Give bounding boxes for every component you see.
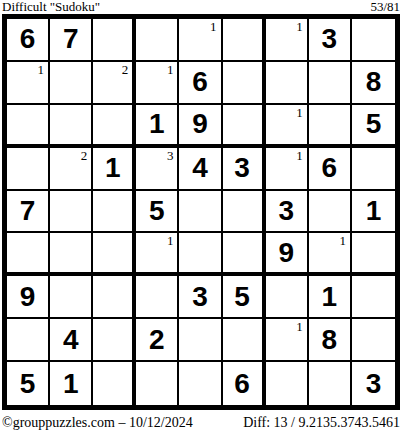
pencil-mark: 3 <box>167 148 174 163</box>
cell-r7c6[interactable]: 5 <box>223 276 266 319</box>
pencil-mark: 1 <box>296 19 303 34</box>
given-digit: 4 <box>63 326 79 354</box>
cell-r4c1[interactable] <box>7 148 50 191</box>
cell-r7c5[interactable]: 3 <box>179 276 222 319</box>
cell-r3c8[interactable] <box>309 105 352 148</box>
cell-r1c9[interactable] <box>352 19 395 62</box>
cell-r5c7[interactable]: 3 <box>266 191 309 234</box>
cell-r3c1[interactable] <box>7 105 50 148</box>
cell-r7c1[interactable]: 9 <box>7 276 50 319</box>
cell-r5c2[interactable] <box>50 191 93 234</box>
given-digit: 1 <box>322 283 338 311</box>
cell-r3c9[interactable]: 5 <box>352 105 395 148</box>
page-title: Difficult "Sudoku" <box>2 0 100 14</box>
cell-r4c6[interactable]: 3 <box>223 148 266 191</box>
cell-r9c3[interactable] <box>93 362 136 405</box>
cell-r3c3[interactable] <box>93 105 136 148</box>
pencil-mark: 1 <box>296 148 303 163</box>
cell-r6c4[interactable]: 1 <box>136 233 179 276</box>
cell-r5c9[interactable]: 1 <box>352 191 395 234</box>
cell-r7c8[interactable]: 1 <box>309 276 352 319</box>
given-digit: 5 <box>20 370 36 398</box>
given-digit: 6 <box>192 68 208 96</box>
pencil-mark: 1 <box>38 62 45 77</box>
cell-r9c8[interactable] <box>309 362 352 405</box>
cell-r3c7[interactable]: 1 <box>266 105 309 148</box>
cell-r3c4[interactable]: 1 <box>136 105 179 148</box>
cell-r2c3[interactable]: 2 <box>93 62 136 105</box>
cell-r6c2[interactable] <box>50 233 93 276</box>
given-digit: 1 <box>105 154 121 182</box>
cell-r9c7[interactable] <box>266 362 309 405</box>
cell-r4c9[interactable] <box>352 148 395 191</box>
cell-r2c7[interactable] <box>266 62 309 105</box>
cell-r5c5[interactable] <box>179 191 222 234</box>
given-digit: 5 <box>234 283 250 311</box>
cell-r2c4[interactable]: 1 <box>136 62 179 105</box>
given-digit: 4 <box>192 154 208 182</box>
cell-r1c6[interactable] <box>223 19 266 62</box>
sudoku-puzzle-page: Difficult "Sudoku" 53/81 671131216819152… <box>0 0 402 437</box>
cell-r5c6[interactable] <box>223 191 266 234</box>
cell-r1c7[interactable]: 1 <box>266 19 309 62</box>
cell-r5c1[interactable]: 7 <box>7 191 50 234</box>
given-digit: 9 <box>192 110 208 138</box>
cell-r6c9[interactable] <box>352 233 395 276</box>
cell-r9c4[interactable] <box>136 362 179 405</box>
cell-r1c5[interactable]: 1 <box>179 19 222 62</box>
cell-r8c3[interactable] <box>93 319 136 362</box>
cell-r8c7[interactable]: 1 <box>266 319 309 362</box>
cell-r7c2[interactable] <box>50 276 93 319</box>
cell-r4c4[interactable]: 3 <box>136 148 179 191</box>
cell-r6c6[interactable] <box>223 233 266 276</box>
cell-r5c3[interactable] <box>93 191 136 234</box>
cell-r1c2[interactable]: 7 <box>50 19 93 62</box>
cell-r6c1[interactable] <box>7 233 50 276</box>
given-digit: 1 <box>366 197 382 225</box>
pencil-mark: 2 <box>81 148 88 163</box>
cell-r4c2[interactable]: 2 <box>50 148 93 191</box>
sudoku-board: 6711312168191521343167531191935142185163 <box>2 14 400 410</box>
given-digit: 2 <box>149 326 165 354</box>
cell-r7c9[interactable] <box>352 276 395 319</box>
empty-cells-counter: 53/81 <box>370 0 400 14</box>
given-digit: 1 <box>63 370 79 398</box>
given-digit: 3 <box>366 370 382 398</box>
footer: ©grouppuzzles.com – 10/12/2024 Diff: 13 … <box>2 415 400 431</box>
pencil-mark: 1 <box>296 105 303 120</box>
cell-r9c2[interactable]: 1 <box>50 362 93 405</box>
cell-r8c2[interactable]: 4 <box>50 319 93 362</box>
cell-r2c2[interactable] <box>50 62 93 105</box>
cell-r4c3[interactable]: 1 <box>93 148 136 191</box>
cell-r7c4[interactable] <box>136 276 179 319</box>
pencil-mark: 1 <box>167 233 174 248</box>
given-digit: 6 <box>20 25 36 53</box>
given-digit: 8 <box>366 68 382 96</box>
cell-r9c5[interactable] <box>179 362 222 405</box>
pencil-mark: 2 <box>122 62 129 77</box>
given-digit: 9 <box>20 283 36 311</box>
cell-r8c8[interactable]: 8 <box>309 319 352 362</box>
cell-r2c1[interactable]: 1 <box>7 62 50 105</box>
cell-r6c3[interactable] <box>93 233 136 276</box>
cell-r9c6[interactable]: 6 <box>223 362 266 405</box>
given-digit: 3 <box>322 25 338 53</box>
cell-r5c8[interactable] <box>309 191 352 234</box>
cell-r8c6[interactable] <box>223 319 266 362</box>
given-digit: 3 <box>278 197 294 225</box>
copyright-date-text: ©grouppuzzles.com – 10/12/2024 <box>2 415 193 431</box>
cell-r6c5[interactable] <box>179 233 222 276</box>
cell-r5c4[interactable]: 5 <box>136 191 179 234</box>
cell-r2c8[interactable] <box>309 62 352 105</box>
cell-r7c7[interactable] <box>266 276 309 319</box>
pencil-mark: 1 <box>210 19 217 34</box>
cell-r9c9[interactable]: 3 <box>352 362 395 405</box>
pencil-mark: 1 <box>339 233 346 248</box>
cell-r1c4[interactable] <box>136 19 179 62</box>
given-digit: 7 <box>20 197 36 225</box>
cell-r8c5[interactable] <box>179 319 222 362</box>
given-digit: 5 <box>149 197 165 225</box>
given-digit: 6 <box>234 370 250 398</box>
cell-r1c1[interactable]: 6 <box>7 19 50 62</box>
cell-r8c9[interactable] <box>352 319 395 362</box>
cell-r4c8[interactable]: 6 <box>309 148 352 191</box>
cell-r2c5[interactable]: 6 <box>179 62 222 105</box>
cell-r3c6[interactable] <box>223 105 266 148</box>
cell-r9c1[interactable]: 5 <box>7 362 50 405</box>
cell-r6c8[interactable]: 1 <box>309 233 352 276</box>
cell-r8c1[interactable] <box>7 319 50 362</box>
given-digit: 8 <box>322 326 338 354</box>
given-digit: 7 <box>63 25 79 53</box>
difficulty-text: Diff: 13 / 9.2135.3743.5461 <box>243 415 400 431</box>
given-digit: 3 <box>192 283 208 311</box>
given-digit: 6 <box>322 154 338 182</box>
given-digit: 9 <box>278 239 294 267</box>
cell-r3c2[interactable] <box>50 105 93 148</box>
cell-r3c5[interactable]: 9 <box>179 105 222 148</box>
header: Difficult "Sudoku" 53/81 <box>2 0 400 14</box>
cell-r4c5[interactable]: 4 <box>179 148 222 191</box>
cell-r6c7[interactable]: 9 <box>266 233 309 276</box>
cell-r1c3[interactable] <box>93 19 136 62</box>
given-digit: 1 <box>149 110 165 138</box>
cell-r1c8[interactable]: 3 <box>309 19 352 62</box>
cell-r8c4[interactable]: 2 <box>136 319 179 362</box>
cell-r4c7[interactable]: 1 <box>266 148 309 191</box>
cell-r2c6[interactable] <box>223 62 266 105</box>
pencil-mark: 1 <box>167 62 174 77</box>
cell-r7c3[interactable] <box>93 276 136 319</box>
given-digit: 3 <box>234 154 250 182</box>
pencil-mark: 1 <box>296 319 303 334</box>
given-digit: 5 <box>366 110 382 138</box>
cell-r2c9[interactable]: 8 <box>352 62 395 105</box>
